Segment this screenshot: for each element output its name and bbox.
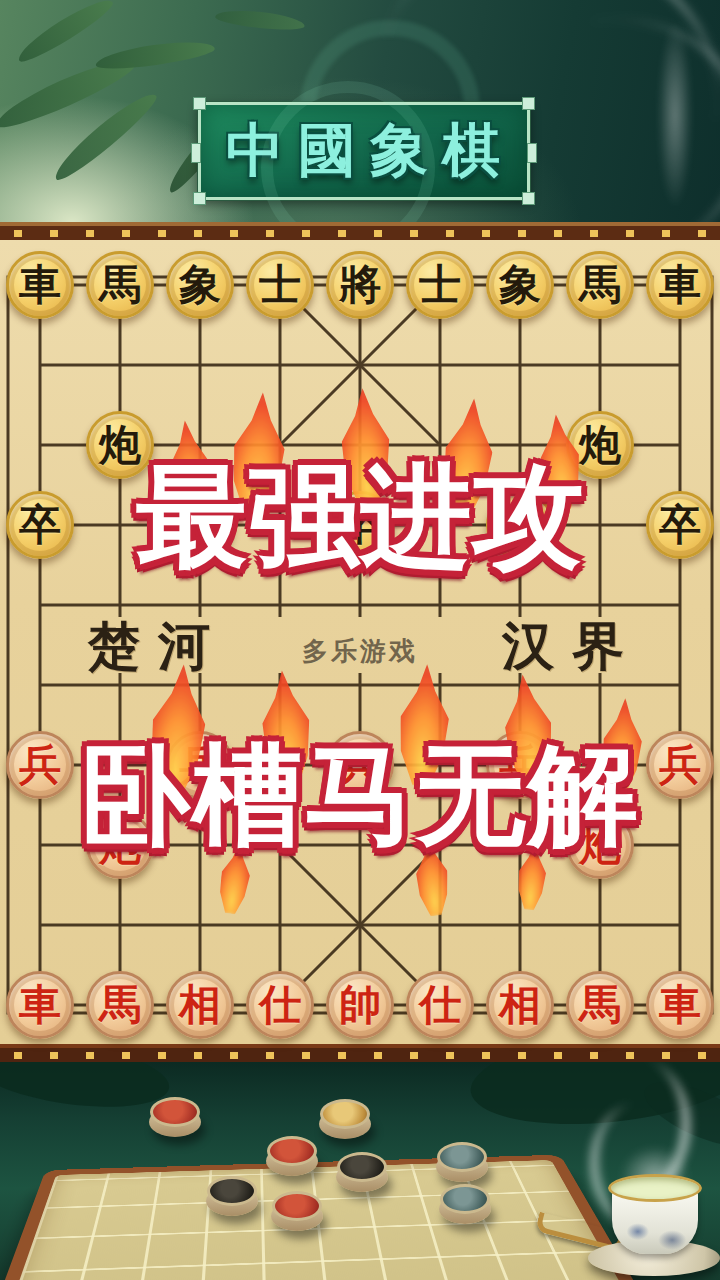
mini-piece-top [150, 1097, 200, 1127]
bamboo-leaf [13, 0, 117, 68]
plaque-corner [193, 192, 206, 205]
piece-red-馬[interactable]: 馬 [86, 971, 154, 1039]
piece-black-象[interactable]: 象 [166, 251, 234, 319]
plaque-side-tab [191, 143, 201, 163]
frame-studs [0, 230, 720, 237]
plaque-corner [522, 97, 535, 110]
xiangqi-board[interactable]: 楚河 多乐游戏 汉界 車馬象士將士象馬車炮炮卒卒卒卒卒兵兵兵兵兵炮炮車馬相仕帥仕… [0, 240, 720, 1044]
piece-black-將[interactable]: 將 [326, 251, 394, 319]
bottom-scene [0, 1062, 720, 1280]
app-title: 中國象棋 [214, 112, 514, 190]
frame-studs [0, 1052, 720, 1059]
board-frame-top [0, 222, 720, 240]
plaque-corner [522, 192, 535, 205]
piece-red-車[interactable]: 車 [6, 971, 74, 1039]
plaque-corner [193, 97, 206, 110]
piece-black-馬[interactable]: 馬 [566, 251, 634, 319]
mini-piece-top [272, 1191, 322, 1221]
teacup-rim [608, 1174, 702, 1202]
piece-black-象[interactable]: 象 [486, 251, 554, 319]
piece-black-士[interactable]: 士 [406, 251, 474, 319]
mini-piece-black [336, 1152, 388, 1194]
piece-black-馬[interactable]: 馬 [86, 251, 154, 319]
piece-red-帥[interactable]: 帥 [326, 971, 394, 1039]
piece-red-車[interactable]: 車 [646, 971, 714, 1039]
piece-black-車[interactable]: 車 [6, 251, 74, 319]
board-frame-bottom [0, 1044, 720, 1062]
piece-black-士[interactable]: 士 [246, 251, 314, 319]
piece-red-馬[interactable]: 馬 [566, 971, 634, 1039]
overlay-caption-1: 最强进攻 [0, 442, 720, 593]
smoke-wisp [645, 0, 705, 240]
mini-piece-top [337, 1152, 387, 1182]
title-plaque: 中國象棋 [198, 102, 530, 200]
top-background: 中國象棋 [0, 0, 720, 222]
piece-black-車[interactable]: 車 [646, 251, 714, 319]
piece-red-相[interactable]: 相 [166, 971, 234, 1039]
mini-piece-red [266, 1136, 318, 1178]
river-label-han: 汉界 [502, 612, 642, 682]
plaque-side-tab [527, 143, 537, 163]
piece-red-仕[interactable]: 仕 [406, 971, 474, 1039]
bamboo-leaf [214, 7, 305, 32]
mini-piece-black [206, 1176, 258, 1218]
mini-piece-top [440, 1184, 490, 1214]
mini-piece-teal [436, 1142, 488, 1184]
bamboo-leaf [94, 37, 216, 74]
mini-piece-teal [439, 1184, 491, 1226]
mini-piece-red [271, 1191, 323, 1233]
overlay-caption-2: 卧槽马无解 [0, 722, 720, 871]
mini-piece-top [320, 1099, 370, 1129]
mini-piece-top [207, 1176, 257, 1206]
mini-piece-top [267, 1136, 317, 1166]
mini-piece-top [437, 1142, 487, 1172]
piece-red-仕[interactable]: 仕 [246, 971, 314, 1039]
mini-piece-gold [319, 1099, 371, 1141]
screen: 中國象棋 楚河 多乐游戏 汉界 車馬象士將士象馬車炮炮卒卒卒卒卒兵兵兵兵兵炮炮車… [0, 0, 720, 1280]
leaf-shadow [0, 1062, 173, 1118]
piece-red-相[interactable]: 相 [486, 971, 554, 1039]
mini-piece-red [149, 1097, 201, 1139]
